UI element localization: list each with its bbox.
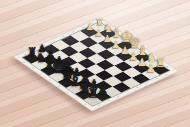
chessboard-photo: abcdefgh abcdefgh 87654321 87654321 ♜♞♝♛… bbox=[0, 0, 190, 127]
chess-board: abcdefgh abcdefgh 87654321 87654321 ♜♞♝♛… bbox=[13, 17, 179, 112]
board-grid: ♜♞♝♛♚♝♞♜♟♟♟♟♟♟♟♟♟♟♟♟♟♟♟♟♜♞♝♛♚♝♞♜ bbox=[23, 22, 170, 106]
